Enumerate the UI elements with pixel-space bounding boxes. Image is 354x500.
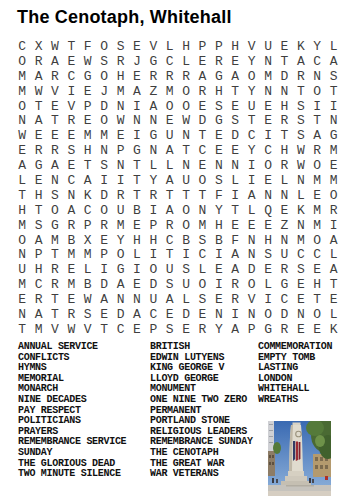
grid-cell-r8c4[interactable]: S	[63, 143, 79, 158]
grid-cell-r16c8[interactable]: I	[129, 262, 145, 277]
grid-cell-r14c5[interactable]: X	[80, 233, 96, 248]
grid-cell-r17c20[interactable]: T	[325, 277, 341, 292]
grid-cell-r1c9[interactable]: V	[145, 39, 161, 54]
grid-cell-r20c18[interactable]: E	[293, 322, 309, 337]
grid-cell-r3c20[interactable]: S	[325, 69, 341, 84]
grid-cell-r19c12[interactable]: E	[194, 307, 210, 322]
grid-cell-r15c20[interactable]: L	[325, 247, 341, 262]
grid-cell-r13c4[interactable]: R	[63, 218, 79, 233]
grid-cell-r2c4[interactable]: E	[63, 54, 79, 69]
grid-cell-r10c14[interactable]: L	[227, 173, 243, 188]
grid-cell-r12c12[interactable]: N	[194, 203, 210, 218]
grid-cell-r15c3[interactable]: T	[47, 247, 63, 262]
grid-cell-r13c11[interactable]: O	[178, 218, 194, 233]
grid-cell-r10c12[interactable]: O	[194, 173, 210, 188]
grid-cell-r16c20[interactable]: A	[325, 262, 341, 277]
grid-cell-r20c12[interactable]: R	[194, 322, 210, 337]
grid-cell-r19c7[interactable]: D	[112, 307, 128, 322]
grid-cell-r16c1[interactable]: U	[14, 262, 30, 277]
grid-cell-r19c16[interactable]: O	[260, 307, 276, 322]
grid-cell-r10c18[interactable]: N	[293, 173, 309, 188]
grid-cell-r13c17[interactable]: Z	[276, 218, 292, 233]
grid-cell-r9c18[interactable]: W	[293, 158, 309, 173]
grid-cell-r12c1[interactable]: H	[14, 203, 30, 218]
grid-cell-r9c13[interactable]: N	[211, 158, 227, 173]
grid-cell-r7c3[interactable]: E	[47, 128, 63, 143]
grid-cell-r12c17[interactable]: E	[276, 203, 292, 218]
grid-cell-r5c4[interactable]: V	[63, 99, 79, 114]
grid-cell-r2c19[interactable]: C	[309, 54, 325, 69]
grid-cell-r15c12[interactable]: C	[194, 247, 210, 262]
grid-cell-r9c14[interactable]: N	[227, 158, 243, 173]
grid-cell-r5c11[interactable]: O	[178, 99, 194, 114]
grid-cell-r18c3[interactable]: T	[47, 292, 63, 307]
grid-cell-r5c20[interactable]: I	[325, 99, 341, 114]
grid-cell-r6c20[interactable]: N	[325, 113, 341, 128]
grid-cell-r20c17[interactable]: R	[276, 322, 292, 337]
grid-cell-r19c15[interactable]: N	[243, 307, 259, 322]
grid-cell-r20c11[interactable]: E	[178, 322, 194, 337]
grid-cell-r11c16[interactable]: N	[260, 188, 276, 203]
grid-cell-r8c18[interactable]: W	[293, 143, 309, 158]
grid-cell-r10c1[interactable]: L	[14, 173, 30, 188]
grid-cell-r10c15[interactable]: I	[243, 173, 259, 188]
grid-cell-r5c2[interactable]: T	[30, 99, 46, 114]
grid-cell-r9c2[interactable]: G	[30, 158, 46, 173]
grid-cell-r16c3[interactable]: R	[47, 262, 63, 277]
grid-cell-r12c11[interactable]: O	[178, 203, 194, 218]
grid-cell-r10c11[interactable]: U	[178, 173, 194, 188]
grid-cell-r3c19[interactable]: N	[309, 69, 325, 84]
grid-cell-r9c20[interactable]: E	[325, 158, 341, 173]
grid-cell-r11c17[interactable]: N	[276, 188, 292, 203]
grid-cell-r17c12[interactable]: O	[194, 277, 210, 292]
grid-cell-r8c1[interactable]: E	[14, 143, 30, 158]
grid-cell-r11c15[interactable]: A	[243, 188, 259, 203]
grid-cell-r19c10[interactable]: E	[162, 307, 178, 322]
grid-cell-r11c11[interactable]: T	[178, 188, 194, 203]
grid-cell-r20c13[interactable]: Y	[211, 322, 227, 337]
grid-cell-r15c10[interactable]: T	[162, 247, 178, 262]
grid-cell-r18c1[interactable]: E	[14, 292, 30, 307]
grid-cell-r20c4[interactable]: W	[63, 322, 79, 337]
grid-cell-r9c5[interactable]: T	[80, 158, 96, 173]
grid-cell-r3c1[interactable]: M	[14, 69, 30, 84]
grid-cell-r3c18[interactable]: R	[293, 69, 309, 84]
grid-cell-r13c3[interactable]: G	[47, 218, 63, 233]
grid-cell-r2c14[interactable]: E	[227, 54, 243, 69]
grid-cell-r12c7[interactable]: U	[112, 203, 128, 218]
grid-cell-r14c9[interactable]: H	[145, 233, 161, 248]
grid-cell-r16c7[interactable]: G	[112, 262, 128, 277]
grid-cell-r18c7[interactable]: N	[112, 292, 128, 307]
grid-cell-r9c11[interactable]: N	[178, 158, 194, 173]
grid-cell-r10c2[interactable]: E	[30, 173, 46, 188]
grid-cell-r13c12[interactable]: M	[194, 218, 210, 233]
grid-cell-r7c8[interactable]: I	[129, 128, 145, 143]
grid-cell-r16c13[interactable]: E	[211, 262, 227, 277]
grid-cell-r7c17[interactable]: T	[276, 128, 292, 143]
grid-cell-r8c20[interactable]: M	[325, 143, 341, 158]
grid-cell-r2c12[interactable]: E	[194, 54, 210, 69]
grid-cell-r10c7[interactable]: I	[112, 173, 128, 188]
grid-cell-r9c4[interactable]: E	[63, 158, 79, 173]
grid-cell-r18c10[interactable]: A	[162, 292, 178, 307]
grid-cell-r3c11[interactable]: R	[178, 69, 194, 84]
grid-cell-r3c12[interactable]: A	[194, 69, 210, 84]
grid-cell-r19c5[interactable]: S	[80, 307, 96, 322]
grid-cell-r1c10[interactable]: L	[162, 39, 178, 54]
grid-cell-r16c11[interactable]: S	[178, 262, 194, 277]
grid-cell-r3c17[interactable]: D	[276, 69, 292, 84]
grid-cell-r6c6[interactable]: O	[96, 113, 112, 128]
grid-cell-r3c16[interactable]: M	[260, 69, 276, 84]
grid-cell-r5c6[interactable]: D	[96, 99, 112, 114]
grid-cell-r2c8[interactable]: J	[129, 54, 145, 69]
grid-cell-r11c7[interactable]: R	[112, 188, 128, 203]
grid-cell-r17c7[interactable]: A	[112, 277, 128, 292]
grid-cell-r19c9[interactable]: C	[145, 307, 161, 322]
grid-cell-r10c13[interactable]: S	[211, 173, 227, 188]
grid-cell-r20c2[interactable]: M	[30, 322, 46, 337]
grid-cell-r8c8[interactable]: G	[129, 143, 145, 158]
grid-cell-r20c5[interactable]: V	[80, 322, 96, 337]
grid-cell-r20c3[interactable]: V	[47, 322, 63, 337]
grid-cell-r4c12[interactable]: R	[194, 84, 210, 99]
grid-cell-r17c13[interactable]: I	[211, 277, 227, 292]
grid-cell-r12c13[interactable]: Y	[211, 203, 227, 218]
grid-cell-r8c12[interactable]: C	[194, 143, 210, 158]
grid-cell-r17c1[interactable]: M	[14, 277, 30, 292]
grid-cell-r4c7[interactable]: M	[112, 84, 128, 99]
grid-cell-r1c2[interactable]: X	[30, 39, 46, 54]
grid-cell-r15c11[interactable]: I	[178, 247, 194, 262]
grid-cell-r13c5[interactable]: P	[80, 218, 96, 233]
grid-cell-r6c2[interactable]: A	[30, 113, 46, 128]
grid-cell-r17c2[interactable]: C	[30, 277, 46, 292]
grid-cell-r3c6[interactable]: O	[96, 69, 112, 84]
grid-cell-r3c8[interactable]: E	[129, 69, 145, 84]
grid-cell-r13c7[interactable]: M	[112, 218, 128, 233]
grid-cell-r19c13[interactable]: N	[211, 307, 227, 322]
grid-cell-r9c10[interactable]: L	[162, 158, 178, 173]
grid-cell-r13c20[interactable]: I	[325, 218, 341, 233]
grid-cell-r14c6[interactable]: E	[96, 233, 112, 248]
grid-cell-r6c18[interactable]: S	[293, 113, 309, 128]
grid-cell-r6c10[interactable]: E	[162, 113, 178, 128]
grid-cell-r19c17[interactable]: D	[276, 307, 292, 322]
grid-cell-r19c4[interactable]: R	[63, 307, 79, 322]
grid-cell-r19c11[interactable]: D	[178, 307, 194, 322]
grid-cell-r4c16[interactable]: N	[260, 84, 276, 99]
grid-cell-r20c14[interactable]: A	[227, 322, 243, 337]
grid-cell-r10c6[interactable]: I	[96, 173, 112, 188]
grid-cell-r7c12[interactable]: T	[194, 128, 210, 143]
grid-cell-r7c9[interactable]: G	[145, 128, 161, 143]
grid-cell-r12c3[interactable]: O	[47, 203, 63, 218]
grid-cell-r5c14[interactable]: E	[227, 99, 243, 114]
grid-cell-r6c16[interactable]: E	[260, 113, 276, 128]
grid-cell-r8c5[interactable]: H	[80, 143, 96, 158]
grid-cell-r7c13[interactable]: E	[211, 128, 227, 143]
grid-cell-r18c20[interactable]: E	[325, 292, 341, 307]
grid-cell-r4c6[interactable]: J	[96, 84, 112, 99]
grid-cell-r13c2[interactable]: S	[30, 218, 46, 233]
grid-cell-r8c3[interactable]: R	[47, 143, 63, 158]
grid-cell-r3c7[interactable]: H	[112, 69, 128, 84]
grid-cell-r13c8[interactable]: E	[129, 218, 145, 233]
grid-cell-r11c1[interactable]: T	[14, 188, 30, 203]
grid-cell-r4c3[interactable]: V	[47, 84, 63, 99]
grid-cell-r3c9[interactable]: R	[145, 69, 161, 84]
grid-cell-r3c2[interactable]: A	[30, 69, 46, 84]
grid-cell-r2c15[interactable]: Y	[243, 54, 259, 69]
grid-cell-r8c2[interactable]: R	[30, 143, 46, 158]
grid-cell-r5c16[interactable]: E	[260, 99, 276, 114]
grid-cell-r7c10[interactable]: U	[162, 128, 178, 143]
grid-cell-r19c3[interactable]: T	[47, 307, 63, 322]
grid-cell-r19c6[interactable]: E	[96, 307, 112, 322]
grid-cell-r11c10[interactable]: T	[162, 188, 178, 203]
grid-cell-r6c11[interactable]: W	[178, 113, 194, 128]
grid-cell-r20c15[interactable]: P	[243, 322, 259, 337]
grid-cell-r13c14[interactable]: E	[227, 218, 243, 233]
grid-cell-r7c5[interactable]: M	[80, 128, 96, 143]
grid-cell-r8c19[interactable]: R	[309, 143, 325, 158]
grid-cell-r17c11[interactable]: U	[178, 277, 194, 292]
grid-cell-r7c18[interactable]: S	[293, 128, 309, 143]
grid-cell-r2c10[interactable]: C	[162, 54, 178, 69]
grid-cell-r20c20[interactable]: K	[325, 322, 341, 337]
grid-cell-r12c5[interactable]: C	[80, 203, 96, 218]
grid-cell-r6c8[interactable]: N	[129, 113, 145, 128]
grid-cell-r11c6[interactable]: D	[96, 188, 112, 203]
grid-cell-r8c11[interactable]: T	[178, 143, 194, 158]
grid-cell-r1c14[interactable]: H	[227, 39, 243, 54]
grid-cell-r14c3[interactable]: M	[47, 233, 63, 248]
grid-cell-r11c12[interactable]: T	[194, 188, 210, 203]
grid-cell-r3c14[interactable]: A	[227, 69, 243, 84]
grid-cell-r20c6[interactable]: T	[96, 322, 112, 337]
grid-cell-r9c3[interactable]: A	[47, 158, 63, 173]
grid-cell-r20c8[interactable]: E	[129, 322, 145, 337]
grid-cell-r2c13[interactable]: R	[211, 54, 227, 69]
grid-cell-r19c8[interactable]: A	[129, 307, 145, 322]
grid-cell-r7c2[interactable]: E	[30, 128, 46, 143]
grid-cell-r6c17[interactable]: R	[276, 113, 292, 128]
grid-cell-r14c17[interactable]: N	[276, 233, 292, 248]
grid-cell-r7c14[interactable]: D	[227, 128, 243, 143]
grid-cell-r17c6[interactable]: D	[96, 277, 112, 292]
grid-cell-r14c12[interactable]: S	[194, 233, 210, 248]
grid-cell-r4c13[interactable]: H	[211, 84, 227, 99]
grid-cell-r18c9[interactable]: U	[145, 292, 161, 307]
grid-cell-r18c5[interactable]: W	[80, 292, 96, 307]
grid-cell-r18c11[interactable]: L	[178, 292, 194, 307]
grid-cell-r8c9[interactable]: N	[145, 143, 161, 158]
grid-cell-r1c15[interactable]: V	[243, 39, 259, 54]
grid-cell-r20c10[interactable]: S	[162, 322, 178, 337]
grid-cell-r5c7[interactable]: N	[112, 99, 128, 114]
grid-cell-r4c17[interactable]: N	[276, 84, 292, 99]
grid-cell-r5c1[interactable]: O	[14, 99, 30, 114]
grid-cell-r4c20[interactable]: T	[325, 84, 341, 99]
grid-cell-r11c5[interactable]: K	[80, 188, 96, 203]
grid-cell-r17c5[interactable]: B	[80, 277, 96, 292]
grid-cell-r12c20[interactable]: R	[325, 203, 341, 218]
grid-cell-r3c3[interactable]: R	[47, 69, 63, 84]
grid-cell-r18c13[interactable]: E	[211, 292, 227, 307]
grid-cell-r4c9[interactable]: Z	[145, 84, 161, 99]
grid-cell-r13c18[interactable]: N	[293, 218, 309, 233]
grid-cell-r20c1[interactable]: T	[14, 322, 30, 337]
grid-cell-r1c16[interactable]: U	[260, 39, 276, 54]
grid-cell-r5c5[interactable]: P	[80, 99, 96, 114]
grid-cell-r18c2[interactable]: R	[30, 292, 46, 307]
grid-cell-r1c12[interactable]: P	[194, 39, 210, 54]
grid-cell-r8c13[interactable]: E	[211, 143, 227, 158]
grid-cell-r10c4[interactable]: C	[63, 173, 79, 188]
grid-cell-r2c16[interactable]: N	[260, 54, 276, 69]
grid-cell-r5c17[interactable]: H	[276, 99, 292, 114]
grid-cell-r9c16[interactable]: O	[260, 158, 276, 173]
grid-cell-r10c10[interactable]: A	[162, 173, 178, 188]
grid-cell-r9c15[interactable]: I	[243, 158, 259, 173]
grid-cell-r15c4[interactable]: M	[63, 247, 79, 262]
grid-cell-r19c2[interactable]: A	[30, 307, 46, 322]
grid-cell-r2c5[interactable]: W	[80, 54, 96, 69]
grid-cell-r17c10[interactable]: S	[162, 277, 178, 292]
grid-cell-r9c8[interactable]: T	[129, 158, 145, 173]
grid-cell-r20c7[interactable]: C	[112, 322, 128, 337]
grid-cell-r9c17[interactable]: R	[276, 158, 292, 173]
grid-cell-r17c18[interactable]: E	[293, 277, 309, 292]
grid-cell-r1c17[interactable]: E	[276, 39, 292, 54]
grid-cell-r6c15[interactable]: T	[243, 113, 259, 128]
grid-cell-r18c4[interactable]: E	[63, 292, 79, 307]
grid-cell-r17c19[interactable]: H	[309, 277, 325, 292]
grid-cell-r10c5[interactable]: A	[80, 173, 96, 188]
grid-cell-r6c3[interactable]: T	[47, 113, 63, 128]
grid-cell-r9c1[interactable]: A	[14, 158, 30, 173]
grid-cell-r16c15[interactable]: D	[243, 262, 259, 277]
grid-cell-r3c13[interactable]: G	[211, 69, 227, 84]
grid-cell-r10c9[interactable]: Y	[145, 173, 161, 188]
grid-cell-r5c9[interactable]: A	[145, 99, 161, 114]
grid-cell-r12c8[interactable]: B	[129, 203, 145, 218]
grid-cell-r4c4[interactable]: I	[63, 84, 79, 99]
grid-cell-r4c14[interactable]: T	[227, 84, 243, 99]
grid-cell-r4c18[interactable]: T	[293, 84, 309, 99]
grid-cell-r1c4[interactable]: T	[63, 39, 79, 54]
grid-cell-r13c19[interactable]: M	[309, 218, 325, 233]
grid-cell-r19c19[interactable]: O	[309, 307, 325, 322]
grid-cell-r20c16[interactable]: G	[260, 322, 276, 337]
grid-cell-r11c13[interactable]: F	[211, 188, 227, 203]
grid-cell-r18c8[interactable]: N	[129, 292, 145, 307]
grid-cell-r14c18[interactable]: M	[293, 233, 309, 248]
grid-cell-r15c2[interactable]: P	[30, 247, 46, 262]
grid-cell-r19c20[interactable]: L	[325, 307, 341, 322]
grid-cell-r15c14[interactable]: A	[227, 247, 243, 262]
grid-cell-r8c14[interactable]: E	[227, 143, 243, 158]
grid-cell-r15c1[interactable]: N	[14, 247, 30, 262]
grid-cell-r6c9[interactable]: N	[145, 113, 161, 128]
grid-cell-r14c11[interactable]: B	[178, 233, 194, 248]
grid-cell-r14c7[interactable]: Y	[112, 233, 128, 248]
grid-cell-r19c14[interactable]: I	[227, 307, 243, 322]
grid-cell-r2c17[interactable]: T	[276, 54, 292, 69]
grid-cell-r6c7[interactable]: W	[112, 113, 128, 128]
grid-cell-r11c2[interactable]: H	[30, 188, 46, 203]
grid-cell-r12c19[interactable]: M	[309, 203, 325, 218]
grid-cell-r15c9[interactable]: I	[145, 247, 161, 262]
grid-cell-r1c11[interactable]: H	[178, 39, 194, 54]
grid-cell-r14c4[interactable]: B	[63, 233, 79, 248]
grid-cell-r15c15[interactable]: N	[243, 247, 259, 262]
grid-cell-r18c6[interactable]: A	[96, 292, 112, 307]
grid-cell-r11c9[interactable]: R	[145, 188, 161, 203]
grid-cell-r18c17[interactable]: C	[276, 292, 292, 307]
grid-cell-r16c12[interactable]: L	[194, 262, 210, 277]
grid-cell-r20c9[interactable]: P	[145, 322, 161, 337]
grid-cell-r15c6[interactable]: P	[96, 247, 112, 262]
grid-cell-r2c18[interactable]: A	[293, 54, 309, 69]
grid-cell-r12c15[interactable]: L	[243, 203, 259, 218]
grid-cell-r20c19[interactable]: E	[309, 322, 325, 337]
grid-cell-r1c8[interactable]: E	[129, 39, 145, 54]
grid-cell-r14c20[interactable]: A	[325, 233, 341, 248]
grid-cell-r16c4[interactable]: E	[63, 262, 79, 277]
grid-cell-r1c18[interactable]: K	[293, 39, 309, 54]
grid-cell-r14c14[interactable]: F	[227, 233, 243, 248]
grid-cell-r14c13[interactable]: B	[211, 233, 227, 248]
grid-cell-r16c9[interactable]: O	[145, 262, 161, 277]
grid-cell-r13c10[interactable]: R	[162, 218, 178, 233]
grid-cell-r9c9[interactable]: L	[145, 158, 161, 173]
grid-cell-r1c6[interactable]: O	[96, 39, 112, 54]
grid-cell-r11c3[interactable]: S	[47, 188, 63, 203]
grid-cell-r10c8[interactable]: T	[129, 173, 145, 188]
grid-cell-r11c19[interactable]: E	[309, 188, 325, 203]
grid-cell-r3c15[interactable]: O	[243, 69, 259, 84]
grid-cell-r3c5[interactable]: G	[80, 69, 96, 84]
grid-cell-r1c3[interactable]: W	[47, 39, 63, 54]
grid-cell-r16c16[interactable]: E	[260, 262, 276, 277]
grid-cell-r6c5[interactable]: E	[80, 113, 96, 128]
grid-cell-r7c7[interactable]: E	[112, 128, 128, 143]
grid-cell-r4c15[interactable]: Y	[243, 84, 259, 99]
grid-cell-r4c2[interactable]: W	[30, 84, 46, 99]
grid-cell-r15c7[interactable]: O	[112, 247, 128, 262]
grid-cell-r15c13[interactable]: I	[211, 247, 227, 262]
grid-cell-r1c1[interactable]: C	[14, 39, 30, 54]
grid-cell-r11c8[interactable]: T	[129, 188, 145, 203]
grid-cell-r16c18[interactable]: S	[293, 262, 309, 277]
grid-cell-r6c12[interactable]: D	[194, 113, 210, 128]
grid-cell-r18c19[interactable]: T	[309, 292, 325, 307]
grid-cell-r12c2[interactable]: T	[30, 203, 46, 218]
grid-cell-r7c16[interactable]: I	[260, 128, 276, 143]
grid-cell-r11c20[interactable]: O	[325, 188, 341, 203]
grid-cell-r15c8[interactable]: L	[129, 247, 145, 262]
grid-cell-r6c14[interactable]: S	[227, 113, 243, 128]
grid-cell-r14c10[interactable]: C	[162, 233, 178, 248]
grid-cell-r3c10[interactable]: R	[162, 69, 178, 84]
grid-cell-r16c17[interactable]: R	[276, 262, 292, 277]
grid-cell-r9c12[interactable]: E	[194, 158, 210, 173]
grid-cell-r13c16[interactable]: E	[260, 218, 276, 233]
